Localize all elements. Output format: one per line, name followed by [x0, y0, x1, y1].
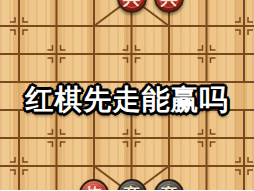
point-marker	[136, 142, 141, 147]
point-marker	[136, 58, 141, 63]
point-marker	[211, 129, 216, 134]
point-marker	[48, 58, 53, 63]
point-marker	[235, 157, 240, 162]
point-marker	[123, 142, 128, 147]
point-marker	[10, 17, 15, 22]
point-marker	[123, 58, 128, 63]
point-marker	[10, 157, 15, 162]
point-marker	[48, 45, 53, 50]
piece-glyph: 卒	[123, 186, 140, 191]
point-marker	[23, 17, 28, 22]
point-marker	[10, 170, 15, 175]
point-marker	[10, 30, 15, 35]
point-marker	[248, 157, 253, 162]
board-lines-layer	[0, 0, 254, 190]
point-marker	[198, 142, 203, 147]
piece-glyph: 兵	[123, 0, 140, 7]
point-marker	[23, 30, 28, 35]
point-marker	[123, 129, 128, 134]
piece-glyph: 炮	[86, 186, 103, 191]
point-marker	[248, 30, 253, 35]
piece-glyph: 卒	[161, 186, 178, 191]
point-marker	[61, 45, 66, 50]
point-marker	[136, 129, 141, 134]
point-marker	[211, 45, 216, 50]
point-marker	[198, 58, 203, 63]
point-marker	[211, 142, 216, 147]
point-marker	[123, 45, 128, 50]
xiangqi-board[interactable]: 兵兵炮卒卒 红棋先走能赢吗	[0, 0, 254, 190]
point-marker	[198, 45, 203, 50]
point-marker	[235, 170, 240, 175]
point-marker	[198, 129, 203, 134]
piece-glyph: 兵	[161, 0, 178, 7]
point-marker	[211, 58, 216, 63]
point-marker	[248, 17, 253, 22]
point-marker	[235, 17, 240, 22]
point-marker	[61, 142, 66, 147]
point-marker	[23, 170, 28, 175]
point-marker	[235, 30, 240, 35]
point-marker	[248, 170, 253, 175]
point-marker	[48, 129, 53, 134]
point-marker	[23, 157, 28, 162]
point-marker	[61, 58, 66, 63]
point-marker	[48, 142, 53, 147]
point-marker	[61, 129, 66, 134]
point-marker	[136, 45, 141, 50]
